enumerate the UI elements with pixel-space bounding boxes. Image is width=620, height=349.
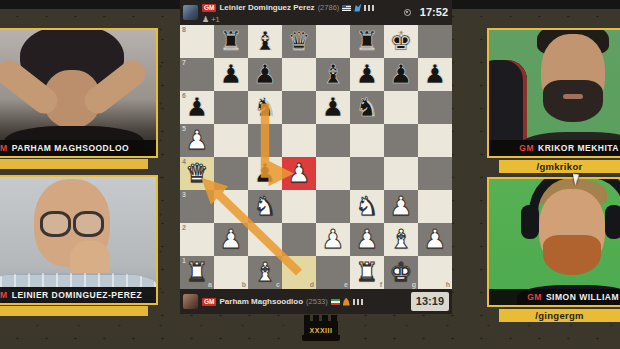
piece-B[interactable]: ♝: [384, 223, 418, 256]
board-square-e7[interactable]: ♝: [316, 58, 350, 91]
avatar: [183, 294, 198, 309]
board-square-b8[interactable]: ♜: [214, 25, 248, 58]
streamer-handle: /gmkrikor: [499, 160, 620, 173]
webcam-video: [489, 30, 620, 156]
board-square-b6[interactable]: [214, 91, 248, 124]
board-square-h8[interactable]: [418, 25, 452, 58]
file-label: d: [310, 281, 314, 288]
webcam-video: [0, 177, 156, 303]
yellow-divider-bar: [0, 306, 148, 316]
top-player-bar: GM Leinier Dominguez Perez (2786) ♟ +1 1…: [180, 0, 452, 25]
score-badge: [353, 299, 365, 305]
stream-layout: GMPARHAM MAGHSOODLOO GMLEINIER DOMINGUEZ…: [0, 0, 620, 349]
board-square-h2[interactable]: ♟: [418, 223, 452, 256]
top-clock: 17:52: [420, 0, 448, 25]
board-square-a7[interactable]: 7: [180, 58, 214, 91]
board-square-b1[interactable]: b: [214, 256, 248, 289]
webcam-parham: GMPARHAM MAGHSOODLOO: [0, 28, 158, 158]
piece-r[interactable]: ♜: [214, 25, 248, 58]
board-square-f4[interactable]: [350, 157, 384, 190]
board-square-a1[interactable]: 1a♜: [180, 256, 214, 289]
piece-n[interactable]: ♞: [248, 91, 282, 124]
board-square-b2[interactable]: ♟: [214, 223, 248, 256]
piece-P[interactable]: ♟: [418, 223, 452, 256]
file-label: b: [242, 281, 246, 288]
board-square-f8[interactable]: ♜: [350, 25, 384, 58]
piece-K[interactable]: ♚: [384, 256, 418, 289]
board-square-e2[interactable]: ♟: [316, 223, 350, 256]
piece-N[interactable]: ♞: [350, 190, 384, 223]
piece-P[interactable]: ♟: [350, 223, 384, 256]
yellow-divider-bar: [0, 159, 148, 169]
piece-p[interactable]: ♟: [384, 58, 418, 91]
event-logo-rook-icon: XXXIII: [302, 315, 340, 345]
score-badge: [364, 5, 376, 11]
player-name[interactable]: Leinier Dominguez Perez: [219, 3, 314, 12]
us-flag-icon: [342, 5, 351, 11]
gm-title-badge: GM: [202, 298, 216, 306]
file-label: e: [344, 281, 348, 288]
piece-P[interactable]: ♟: [316, 223, 350, 256]
rank-label: 3: [182, 191, 186, 198]
board-square-e1[interactable]: e: [316, 256, 350, 289]
piece-P[interactable]: ♟: [180, 124, 214, 157]
board-square-c6[interactable]: ♞: [248, 91, 282, 124]
board-square-d3[interactable]: [282, 190, 316, 223]
webcam-nameplate: GMLEINIER DOMINGUEZ-PEREZ: [0, 287, 156, 303]
player-rating: (2786): [318, 3, 340, 12]
board-square-h7[interactable]: ♟: [418, 58, 452, 91]
rank-label: 8: [182, 26, 186, 33]
webcam-nameplate: GMSIMON WILLIAM: [489, 289, 620, 305]
board-square-h1[interactable]: h: [418, 256, 452, 289]
board-square-g4[interactable]: [384, 157, 418, 190]
piece-k[interactable]: ♚: [384, 25, 418, 58]
rank-label: 7: [182, 59, 186, 66]
board-square-c8[interactable]: ♝: [248, 25, 282, 58]
board-square-e5[interactable]: [316, 124, 350, 157]
board-square-e6[interactable]: ♟: [316, 91, 350, 124]
board-square-b5[interactable]: [214, 124, 248, 157]
board-square-e8[interactable]: [316, 25, 350, 58]
rank-label: 2: [182, 224, 186, 231]
board-square-d1[interactable]: d: [282, 256, 316, 289]
board-square-g5[interactable]: [384, 124, 418, 157]
settings-icon[interactable]: [404, 9, 412, 17]
piece-p[interactable]: ♟: [316, 91, 350, 124]
player-name[interactable]: Parham Maghsoodloo: [219, 297, 303, 306]
board-square-c5[interactable]: [248, 124, 282, 157]
board-column: GM Leinier Dominguez Perez (2786) ♟ +1 1…: [180, 0, 452, 314]
board-square-h5[interactable]: [418, 124, 452, 157]
board-square-f2[interactable]: ♟: [350, 223, 384, 256]
piece-R[interactable]: ♜: [350, 256, 384, 289]
board-square-f3[interactable]: ♞: [350, 190, 384, 223]
webcam-video: [489, 179, 620, 305]
captured-pawn-icon: ♟: [202, 15, 209, 24]
board-square-d4[interactable]: ♟: [282, 157, 316, 190]
board-square-f7[interactable]: ♟: [350, 58, 384, 91]
board-square-f5[interactable]: [350, 124, 384, 157]
board-square-g3[interactable]: ♟: [384, 190, 418, 223]
iran-flag-icon: [331, 299, 340, 305]
board-square-d7[interactable]: [282, 58, 316, 91]
bottom-player-bar: GM Parham Maghsoodloo (2533) 13:19: [180, 289, 452, 314]
board-square-h4[interactable]: [418, 157, 452, 190]
piece-b[interactable]: ♝: [316, 58, 350, 91]
webcam-nameplate: GMPARHAM MAGHSOODLOO: [0, 140, 156, 156]
piece-b[interactable]: ♝: [248, 25, 282, 58]
webcam-nameplate: GMKRIKOR MEKHITA: [489, 140, 620, 156]
board-square-c2[interactable]: [248, 223, 282, 256]
board-square-h3[interactable]: [418, 190, 452, 223]
piece-R[interactable]: ♜: [180, 256, 214, 289]
board-square-a2[interactable]: 2: [180, 223, 214, 256]
board-square-b4[interactable]: [214, 157, 248, 190]
board-square-g6[interactable]: [384, 91, 418, 124]
board-square-c1[interactable]: c♝: [248, 256, 282, 289]
webcam-simon: GMSIMON WILLIAM: [487, 177, 620, 307]
board-square-g1[interactable]: g♚: [384, 256, 418, 289]
board-square-g8[interactable]: ♚: [384, 25, 418, 58]
board-square-h6[interactable]: [418, 91, 452, 124]
piece-p[interactable]: ♟: [248, 58, 282, 91]
board-square-b7[interactable]: ♟: [214, 58, 248, 91]
material-count: ♟ +1: [202, 14, 376, 24]
board-square-d5[interactable]: [282, 124, 316, 157]
piece-q[interactable]: ♛: [282, 25, 316, 58]
bottom-clock: 13:19: [411, 292, 449, 311]
piece-P[interactable]: ♟: [384, 190, 418, 223]
board-square-e3[interactable]: [316, 190, 350, 223]
webcam-dominguez: GMLEINIER DOMINGUEZ-PEREZ: [0, 175, 158, 305]
board-square-a3[interactable]: 3: [180, 190, 214, 223]
board-square-a8[interactable]: 8: [180, 25, 214, 58]
board-square-f6[interactable]: ♞: [350, 91, 384, 124]
piece-p[interactable]: ♟: [350, 58, 384, 91]
webcam-video: [0, 30, 156, 156]
player-rating: (2533): [306, 297, 328, 306]
fire-icon: [343, 298, 350, 306]
board-square-c4[interactable]: ♟: [248, 157, 282, 190]
piece-p[interactable]: ♟: [180, 91, 214, 124]
streamer-handle: /gingergm: [499, 309, 620, 322]
avatar: [183, 5, 198, 20]
piece-r[interactable]: ♜: [350, 25, 384, 58]
board-square-a4[interactable]: 4♛: [180, 157, 214, 190]
piece-P[interactable]: ♟: [282, 157, 316, 190]
piece-N[interactable]: ♞: [248, 190, 282, 223]
mouse-cursor: [573, 173, 581, 186]
board-square-a6[interactable]: 6♟: [180, 91, 214, 124]
board-square-e4[interactable]: [316, 157, 350, 190]
file-label: h: [446, 281, 450, 288]
piece-p[interactable]: ♟: [248, 157, 282, 190]
board-square-d8[interactable]: ♛: [282, 25, 316, 58]
board-square-a5[interactable]: 5♟: [180, 124, 214, 157]
board-square-d6[interactable]: [282, 91, 316, 124]
chess-board: 8♜♝♛♜♚7♟♟♝♟♟♟6♟♞♟♞5♟4♛♟♟3♞♞♟2♟♟♟♝♟1a♜bc♝…: [180, 25, 452, 289]
piece-B[interactable]: ♝: [248, 256, 282, 289]
board-square-g2[interactable]: ♝: [384, 223, 418, 256]
piece-n[interactable]: ♞: [350, 91, 384, 124]
board-square-c3[interactable]: ♞: [248, 190, 282, 223]
webcam-krikor: GMKRIKOR MEKHITA: [487, 28, 620, 158]
board-square-d2[interactable]: [282, 223, 316, 256]
board-square-b3[interactable]: [214, 190, 248, 223]
piece-P[interactable]: ♟: [214, 223, 248, 256]
board-square-g7[interactable]: ♟: [384, 58, 418, 91]
gm-title-badge: GM: [202, 4, 216, 12]
event-number: XXXIII: [302, 327, 340, 334]
board-square-c7[interactable]: ♟: [248, 58, 282, 91]
patron-icon: [354, 4, 361, 12]
piece-p[interactable]: ♟: [214, 58, 248, 91]
board-square-f1[interactable]: f♜: [350, 256, 384, 289]
piece-Q[interactable]: ♛: [180, 157, 214, 190]
piece-p[interactable]: ♟: [418, 58, 452, 91]
